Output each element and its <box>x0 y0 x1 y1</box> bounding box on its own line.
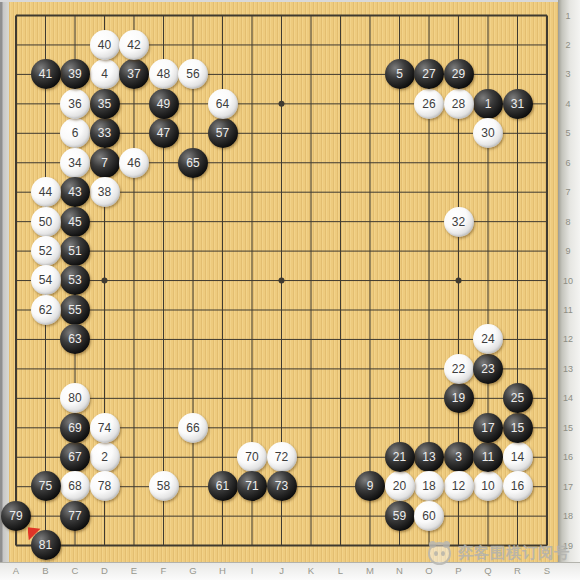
stone-black-O16-move-13[interactable]: 13 <box>414 442 444 472</box>
stone-black-C8-move-45[interactable]: 45 <box>60 207 90 237</box>
col-label-A: A <box>8 565 24 576</box>
stone-black-N18-move-59[interactable]: 59 <box>385 501 415 531</box>
col-label-K: K <box>303 565 319 576</box>
row-label-17: 17 <box>559 482 577 492</box>
col-label-M: M <box>362 565 378 576</box>
row-label-16: 16 <box>559 452 577 462</box>
col-label-G: G <box>185 565 201 576</box>
stone-black-F4-move-49[interactable]: 49 <box>149 89 179 119</box>
stone-white-P8-move-32[interactable]: 32 <box>444 207 474 237</box>
stone-black-R4-move-31[interactable]: 31 <box>503 89 533 119</box>
stone-black-C15-move-69[interactable]: 69 <box>60 413 90 443</box>
row-label-8: 8 <box>559 217 577 227</box>
stone-black-C3-move-39[interactable]: 39 <box>60 59 90 89</box>
stone-black-M17-move-9[interactable]: 9 <box>355 471 385 501</box>
stone-black-P16-move-3[interactable]: 3 <box>444 442 474 472</box>
stone-black-G6-move-65[interactable]: 65 <box>178 148 208 178</box>
stone-black-Q4-move-1[interactable]: 1 <box>473 89 503 119</box>
col-label-J: J <box>274 565 290 576</box>
row-label-10: 10 <box>559 276 577 286</box>
stone-white-B10-move-54[interactable]: 54 <box>31 265 61 295</box>
stone-white-C17-move-68[interactable]: 68 <box>60 471 90 501</box>
stone-white-O4-move-26[interactable]: 26 <box>414 89 444 119</box>
stone-white-D7-move-38[interactable]: 38 <box>90 177 120 207</box>
stone-white-D16-move-2[interactable]: 2 <box>90 442 120 472</box>
stone-white-E2-move-42[interactable]: 42 <box>119 30 149 60</box>
col-label-Q: Q <box>480 565 496 576</box>
stone-white-Q17-move-10[interactable]: 10 <box>473 471 503 501</box>
stone-white-C14-move-80[interactable]: 80 <box>60 383 90 413</box>
stone-white-F17-move-58[interactable]: 58 <box>149 471 179 501</box>
stone-white-C4-move-36[interactable]: 36 <box>60 89 90 119</box>
stone-black-C10-move-53[interactable]: 53 <box>60 265 90 295</box>
stone-black-I17-move-71[interactable]: 71 <box>237 471 267 501</box>
row-label-15: 15 <box>559 423 577 433</box>
stone-white-R16-move-14[interactable]: 14 <box>503 442 533 472</box>
stone-black-P14-move-19[interactable]: 19 <box>444 383 474 413</box>
stone-black-B19-move-81[interactable]: 81 <box>31 530 61 560</box>
stone-black-D5-move-33[interactable]: 33 <box>90 118 120 148</box>
stone-black-R14-move-25[interactable]: 25 <box>503 383 533 413</box>
stone-black-B17-move-75[interactable]: 75 <box>31 471 61 501</box>
stone-white-O18-move-60[interactable]: 60 <box>414 501 444 531</box>
stone-white-B11-move-62[interactable]: 62 <box>31 295 61 325</box>
stone-white-P17-move-12[interactable]: 12 <box>444 471 474 501</box>
stone-black-D4-move-35[interactable]: 35 <box>90 89 120 119</box>
stone-white-C5-move-6[interactable]: 6 <box>60 118 90 148</box>
stone-white-G3-move-56[interactable]: 56 <box>178 59 208 89</box>
stone-white-I16-move-70[interactable]: 70 <box>237 442 267 472</box>
col-label-R: R <box>510 565 526 576</box>
col-label-O: O <box>421 565 437 576</box>
col-label-P: P <box>451 565 467 576</box>
stone-black-C7-move-43[interactable]: 43 <box>60 177 90 207</box>
stone-black-A18-move-79[interactable]: 79 <box>1 501 31 531</box>
stone-white-D2-move-40[interactable]: 40 <box>90 30 120 60</box>
stone-white-B9-move-52[interactable]: 52 <box>31 236 61 266</box>
stone-white-P13-move-22[interactable]: 22 <box>444 354 474 384</box>
stone-black-D6-move-7[interactable]: 7 <box>90 148 120 178</box>
stone-white-F3-move-48[interactable]: 48 <box>149 59 179 89</box>
stone-white-O17-move-18[interactable]: 18 <box>414 471 444 501</box>
panda-logo-icon <box>428 542 451 565</box>
row-label-9: 9 <box>559 246 577 256</box>
stone-white-G15-move-66[interactable]: 66 <box>178 413 208 443</box>
row-label-7: 7 <box>559 187 577 197</box>
stone-black-F5-move-47[interactable]: 47 <box>149 118 179 148</box>
stone-black-R15-move-15[interactable]: 15 <box>503 413 533 443</box>
stone-black-N3-move-5[interactable]: 5 <box>385 59 415 89</box>
row-label-2: 2 <box>559 40 577 50</box>
row-label-18: 18 <box>559 511 577 521</box>
stone-white-E6-move-46[interactable]: 46 <box>119 148 149 178</box>
row-label-12: 12 <box>559 334 577 344</box>
stone-black-N16-move-21[interactable]: 21 <box>385 442 415 472</box>
go-board-screenshot: 1234567910111213141516171819202122232425… <box>0 0 580 580</box>
col-label-F: F <box>156 565 172 576</box>
stone-black-B3-move-41[interactable]: 41 <box>31 59 61 89</box>
col-label-D: D <box>97 565 113 576</box>
stone-black-Q13-move-23[interactable]: 23 <box>473 354 503 384</box>
col-label-S: S <box>539 565 555 576</box>
stone-black-P3-move-29[interactable]: 29 <box>444 59 474 89</box>
stone-white-Q12-move-24[interactable]: 24 <box>473 324 503 354</box>
stone-black-O3-move-27[interactable]: 27 <box>414 59 444 89</box>
col-label-N: N <box>392 565 408 576</box>
stone-white-N17-move-20[interactable]: 20 <box>385 471 415 501</box>
stones-grid[interactable]: 1234567910111213141516171819202122232425… <box>1 1 562 560</box>
stone-black-C18-move-77[interactable]: 77 <box>60 501 90 531</box>
col-label-H: H <box>215 565 231 576</box>
stone-white-B7-move-44[interactable]: 44 <box>31 177 61 207</box>
watermark-text: 弈客围棋订阅号 <box>458 543 570 564</box>
stone-white-H4-move-64[interactable]: 64 <box>208 89 238 119</box>
stone-white-C6-move-34[interactable]: 34 <box>60 148 90 178</box>
col-label-C: C <box>67 565 83 576</box>
stone-black-H17-move-61[interactable]: 61 <box>208 471 238 501</box>
stone-black-C16-move-67[interactable]: 67 <box>60 442 90 472</box>
stone-black-Q15-move-17[interactable]: 17 <box>473 413 503 443</box>
row-label-1: 1 <box>559 11 577 21</box>
stone-white-R17-move-16[interactable]: 16 <box>503 471 533 501</box>
row-label-14: 14 <box>559 393 577 403</box>
col-label-L: L <box>333 565 349 576</box>
row-label-4: 4 <box>559 99 577 109</box>
stone-white-D3-move-4[interactable]: 4 <box>90 59 120 89</box>
stone-black-Q16-move-11[interactable]: 11 <box>473 442 503 472</box>
stone-white-J16-move-72[interactable]: 72 <box>267 442 297 472</box>
last-move-marker-icon <box>28 527 41 540</box>
stone-white-D17-move-78[interactable]: 78 <box>90 471 120 501</box>
stone-black-E3-move-37[interactable]: 37 <box>119 59 149 89</box>
row-label-5: 5 <box>559 128 577 138</box>
watermark: 弈客围棋订阅号 <box>428 540 570 566</box>
col-label-E: E <box>126 565 142 576</box>
row-label-6: 6 <box>559 158 577 168</box>
col-label-I: I <box>244 565 260 576</box>
stone-white-D15-move-74[interactable]: 74 <box>90 413 120 443</box>
col-label-B: B <box>38 565 54 576</box>
stone-black-C9-move-51[interactable]: 51 <box>60 236 90 266</box>
stone-black-H5-move-57[interactable]: 57 <box>208 118 238 148</box>
row-label-11: 11 <box>559 305 577 315</box>
row-label-3: 3 <box>559 69 577 79</box>
stone-black-C11-move-55[interactable]: 55 <box>60 295 90 325</box>
stone-white-Q5-move-30[interactable]: 30 <box>473 118 503 148</box>
stone-black-J17-move-73[interactable]: 73 <box>267 471 297 501</box>
row-label-13: 13 <box>559 364 577 374</box>
stone-white-P4-move-28[interactable]: 28 <box>444 89 474 119</box>
stone-white-B8-move-50[interactable]: 50 <box>31 207 61 237</box>
stone-black-C12-move-63[interactable]: 63 <box>60 324 90 354</box>
